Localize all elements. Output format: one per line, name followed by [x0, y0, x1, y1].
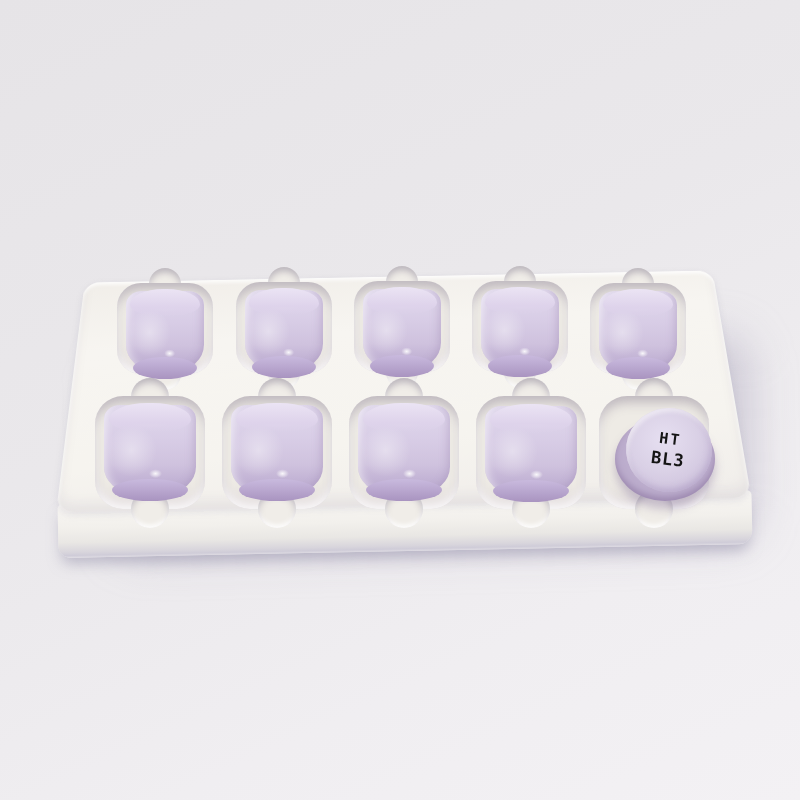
ceramic-block: [363, 289, 441, 369]
ceramic-block: [245, 290, 323, 370]
ceramic-block: [599, 291, 677, 371]
ceramic-block: [104, 405, 196, 493]
ceramic-block: [358, 405, 450, 493]
label-line2: BL3: [650, 447, 686, 472]
product-photo: HT BL3: [0, 0, 800, 800]
ceramic-block: [481, 289, 559, 369]
ceramic-block: [485, 406, 577, 494]
ceramic-block: [231, 405, 323, 493]
ceramic-block: [126, 291, 204, 371]
